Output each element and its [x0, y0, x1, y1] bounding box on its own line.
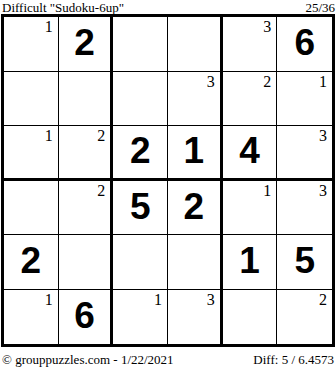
- pencil-mark: 3: [319, 182, 327, 200]
- sudoku-cell-r2c1[interactable]: [4, 72, 59, 127]
- sudoku-cell-r3c1[interactable]: 1: [4, 126, 59, 181]
- pencil-mark: 1: [319, 73, 327, 91]
- sudoku-cell-r6c5[interactable]: [223, 290, 278, 345]
- sudoku-cell-r2c2[interactable]: [59, 72, 114, 127]
- sudoku-cell-r6c1[interactable]: 1: [4, 290, 59, 345]
- sudoku-cell-r6c2[interactable]: 6: [59, 290, 114, 345]
- puzzle-counter: 25/36: [305, 1, 335, 14]
- sudoku-cell-r5c2[interactable]: [59, 235, 114, 290]
- sudoku-cell-r6c4[interactable]: 3: [168, 290, 223, 345]
- difficulty-label: Diff: 5 / 6.4573: [253, 353, 334, 366]
- sudoku-cell-r5c1[interactable]: 2: [4, 235, 59, 290]
- pencil-mark: 1: [154, 291, 162, 309]
- sudoku-cell-r4c6[interactable]: 3: [277, 181, 332, 236]
- sudoku-cell-r3c3[interactable]: 2: [113, 126, 168, 181]
- pencil-mark: 2: [263, 73, 271, 91]
- pencil-mark: 3: [207, 291, 215, 309]
- footer-copyright: © grouppuzzles.com - 1/22/2021: [2, 353, 174, 366]
- sudoku-cell-r1c1[interactable]: 1: [4, 17, 59, 72]
- sudoku-cell-r1c2[interactable]: 2: [59, 17, 114, 72]
- cell-value: 2: [74, 24, 95, 61]
- sudoku-cell-r4c5[interactable]: 1: [223, 181, 278, 236]
- cell-value: 2: [184, 188, 205, 225]
- sudoku-cell-r4c3[interactable]: 5: [113, 181, 168, 236]
- cell-value: 4: [239, 132, 260, 169]
- cell-value: 5: [294, 242, 315, 279]
- pencil-mark: 1: [45, 291, 53, 309]
- sudoku-cell-r4c2[interactable]: 2: [59, 181, 114, 236]
- sudoku-cell-r2c4[interactable]: 3: [168, 72, 223, 127]
- sudoku-cell-r3c2[interactable]: 2: [59, 126, 114, 181]
- sudoku-cell-r6c3[interactable]: 1: [113, 290, 168, 345]
- sudoku-cell-r5c4[interactable]: [168, 235, 223, 290]
- page-title: Difficult "Sudoku-6up": [2, 1, 124, 14]
- sudoku-cell-r5c5[interactable]: 1: [223, 235, 278, 290]
- sudoku-cell-r1c4[interactable]: [168, 17, 223, 72]
- cell-value: 1: [239, 242, 260, 279]
- sudoku-cell-r2c5[interactable]: 2: [223, 72, 278, 127]
- sudoku-cell-r5c6[interactable]: 5: [277, 235, 332, 290]
- sudoku-cell-r4c1[interactable]: [4, 181, 59, 236]
- sudoku-cell-r1c3[interactable]: [113, 17, 168, 72]
- sudoku-cell-r1c6[interactable]: 6: [277, 17, 332, 72]
- sudoku-cell-r2c3[interactable]: [113, 72, 168, 127]
- pencil-mark: 1: [263, 182, 271, 200]
- footer: © grouppuzzles.com - 1/22/2021 Diff: 5 /…: [0, 353, 336, 366]
- sudoku-cell-r5c3[interactable]: [113, 235, 168, 290]
- pencil-mark: 1: [45, 127, 53, 145]
- pencil-mark: 2: [97, 127, 105, 145]
- sudoku-cell-r1c5[interactable]: 3: [223, 17, 278, 72]
- pencil-mark: 2: [97, 182, 105, 200]
- cell-value: 6: [294, 24, 315, 61]
- cell-value: 2: [21, 242, 42, 279]
- sudoku-cell-r3c4[interactable]: 1: [168, 126, 223, 181]
- pencil-mark: 3: [319, 127, 327, 145]
- pencil-mark: 3: [263, 18, 271, 36]
- pencil-mark: 3: [207, 73, 215, 91]
- cell-value: 6: [74, 297, 95, 334]
- sudoku-cell-r3c6[interactable]: 3: [277, 126, 332, 181]
- sudoku-board: 12363211221432521321516132: [1, 14, 335, 347]
- sudoku-cell-r4c4[interactable]: 2: [168, 181, 223, 236]
- cell-value: 1: [184, 132, 205, 169]
- pencil-mark: 2: [319, 291, 327, 309]
- header: Difficult "Sudoku-6up" 25/36: [0, 0, 336, 14]
- sudoku-cell-r3c5[interactable]: 4: [223, 126, 278, 181]
- pencil-mark: 1: [45, 18, 53, 36]
- sudoku-cell-r6c6[interactable]: 2: [277, 290, 332, 345]
- cell-value: 5: [130, 188, 151, 225]
- cell-value: 2: [130, 132, 151, 169]
- sudoku-cell-r2c6[interactable]: 1: [277, 72, 332, 127]
